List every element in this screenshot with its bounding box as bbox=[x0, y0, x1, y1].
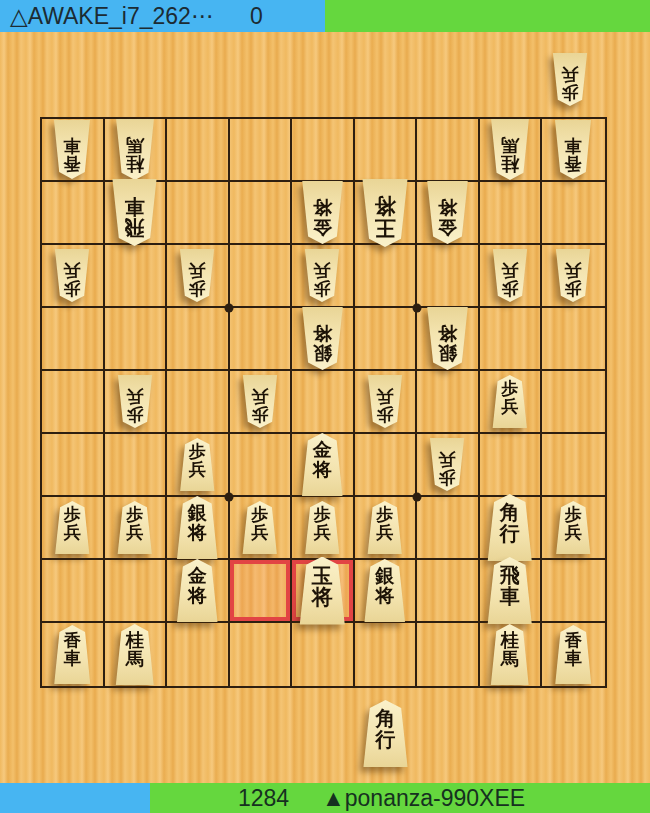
square-r6c4[interactable] bbox=[230, 434, 293, 497]
piece-kanji: 将 bbox=[188, 523, 207, 543]
square-r2c2[interactable]: 飛車 bbox=[105, 182, 168, 245]
gote-pawn-piece[interactable]: 歩兵 bbox=[551, 53, 589, 106]
piece-kanji: 車 bbox=[64, 137, 81, 155]
square-r6c1[interactable] bbox=[42, 434, 105, 497]
square-r7c2[interactable]: 歩兵 bbox=[105, 497, 168, 560]
piece-kanji: 歩 bbox=[314, 506, 331, 524]
piece-kanji: 角 bbox=[500, 502, 520, 523]
gote-gold-piece[interactable]: 金将 bbox=[425, 181, 470, 244]
square-r9c3[interactable] bbox=[167, 623, 230, 686]
sente-time-gauge bbox=[0, 783, 150, 813]
square-r4c2[interactable] bbox=[105, 308, 168, 371]
square-r3c6[interactable] bbox=[355, 245, 418, 308]
square-r6c8[interactable] bbox=[480, 434, 543, 497]
square-r4c7[interactable]: 銀将 bbox=[417, 308, 480, 371]
piece-kanji: 歩 bbox=[376, 506, 393, 524]
gote-pawn-piece[interactable]: 歩兵 bbox=[366, 375, 404, 428]
square-r3c7[interactable] bbox=[417, 245, 480, 308]
square-r3c9[interactable]: 歩兵 bbox=[542, 245, 605, 308]
piece-kanji: 将 bbox=[312, 586, 333, 608]
square-r8c7[interactable] bbox=[417, 560, 480, 623]
sente-knight-piece[interactable]: 桂馬 bbox=[489, 624, 531, 685]
piece-kanji: 金 bbox=[188, 566, 207, 586]
square-r8c2[interactable] bbox=[105, 560, 168, 623]
square-r1c6[interactable] bbox=[355, 119, 418, 182]
shogi-app: △AWAKE_i7_262⋯ 0 香車桂馬桂馬香車飛車金将王将金将歩兵歩兵歩兵歩… bbox=[0, 0, 650, 813]
sente-knight-piece[interactable]: 桂馬 bbox=[114, 624, 156, 685]
square-r6c5[interactable]: 金将 bbox=[292, 434, 355, 497]
piece-kanji: 将 bbox=[374, 195, 395, 217]
top-player-bar: △AWAKE_i7_262⋯ 0 bbox=[0, 0, 650, 32]
piece-kanji: 銀 bbox=[375, 566, 394, 586]
sente-king-piece[interactable]: 玉将 bbox=[297, 557, 347, 625]
piece-kanji: 将 bbox=[313, 460, 332, 480]
piece-kanji: 兵 bbox=[126, 524, 143, 542]
gote-knight-piece[interactable]: 桂馬 bbox=[489, 119, 531, 180]
piece-kanji: 金 bbox=[313, 440, 332, 460]
bottom-player-bar: 1284 ▲ponanza-990XEE bbox=[0, 783, 650, 813]
square-r4c3[interactable] bbox=[167, 308, 230, 371]
sente-rook-piece[interactable]: 飛車 bbox=[485, 557, 534, 624]
square-r4c4[interactable] bbox=[230, 308, 293, 371]
piece-kanji: 兵 bbox=[565, 262, 582, 280]
square-r4c9[interactable] bbox=[542, 308, 605, 371]
piece-kanji: 香 bbox=[565, 632, 582, 650]
square-r1c1[interactable]: 香車 bbox=[42, 119, 105, 182]
square-r7c8[interactable]: 角行 bbox=[480, 497, 543, 560]
gote-lance-piece[interactable]: 香車 bbox=[553, 120, 593, 179]
piece-kanji: 桂 bbox=[501, 631, 519, 650]
sente-pawn-piece[interactable]: 歩兵 bbox=[53, 501, 91, 554]
square-r7c9[interactable]: 歩兵 bbox=[542, 497, 605, 560]
piece-kanji: 将 bbox=[188, 586, 207, 606]
piece-kanji: 兵 bbox=[64, 262, 81, 280]
square-r3c5[interactable]: 歩兵 bbox=[292, 245, 355, 308]
piece-kanji: 桂 bbox=[501, 154, 519, 173]
piece-kanji: 歩 bbox=[126, 506, 143, 524]
gote-pawn-piece[interactable]: 歩兵 bbox=[178, 249, 216, 302]
piece-kanji: 将 bbox=[438, 324, 457, 344]
gote-silver-piece[interactable]: 銀将 bbox=[300, 307, 345, 370]
sente-pawn-piece[interactable]: 歩兵 bbox=[491, 375, 529, 428]
piece-kanji: 兵 bbox=[314, 524, 331, 542]
gote-pawn-piece[interactable]: 歩兵 bbox=[241, 375, 279, 428]
piece-kanji: 香 bbox=[64, 632, 81, 650]
piece-kanji: 歩 bbox=[251, 506, 268, 524]
square-r7c5[interactable]: 歩兵 bbox=[292, 497, 355, 560]
piece-kanji: 兵 bbox=[439, 451, 456, 469]
square-r2c4[interactable] bbox=[230, 182, 293, 245]
square-r2c5[interactable]: 金将 bbox=[292, 182, 355, 245]
sente-lance-piece[interactable]: 香車 bbox=[52, 625, 92, 684]
square-r9c9[interactable]: 香車 bbox=[542, 623, 605, 686]
square-r1c2[interactable]: 桂馬 bbox=[105, 119, 168, 182]
piece-kanji: 金 bbox=[438, 217, 457, 237]
board-area: 香車桂馬桂馬香車飛車金将王将金将歩兵歩兵歩兵歩兵歩兵銀将銀将歩兵歩兵歩兵歩兵歩兵… bbox=[0, 32, 650, 783]
piece-kanji: 飛 bbox=[500, 565, 520, 586]
square-r8c8[interactable]: 飛車 bbox=[480, 560, 543, 623]
square-r1c4[interactable] bbox=[230, 119, 293, 182]
gote-king-piece[interactable]: 王将 bbox=[360, 179, 410, 247]
piece-kanji: 兵 bbox=[126, 388, 143, 406]
piece-kanji: 歩 bbox=[189, 443, 206, 461]
piece-kanji: 将 bbox=[438, 198, 457, 218]
piece-kanji: 兵 bbox=[562, 66, 579, 84]
sente-pawn-piece[interactable]: 歩兵 bbox=[554, 501, 592, 554]
square-r7c6[interactable]: 歩兵 bbox=[355, 497, 418, 560]
piece-kanji: 将 bbox=[313, 198, 332, 218]
piece-kanji: 歩 bbox=[64, 279, 81, 297]
sente-pawn-piece[interactable]: 歩兵 bbox=[303, 501, 341, 554]
piece-kanji: 角 bbox=[376, 708, 396, 729]
piece-kanji: 歩 bbox=[565, 279, 582, 297]
piece-kanji: 金 bbox=[313, 217, 332, 237]
square-r4c6[interactable] bbox=[355, 308, 418, 371]
sente-player-name: ▲ponanza-990XEE bbox=[322, 783, 525, 813]
piece-kanji: 行 bbox=[376, 729, 396, 750]
piece-kanji: 兵 bbox=[376, 524, 393, 542]
sente-pawn-piece[interactable]: 歩兵 bbox=[366, 501, 404, 554]
square-r2c7[interactable]: 金将 bbox=[417, 182, 480, 245]
square-r7c7[interactable] bbox=[417, 497, 480, 560]
piece-kanji: 兵 bbox=[251, 524, 268, 542]
piece-kanji: 歩 bbox=[562, 83, 579, 101]
piece-kanji: 歩 bbox=[501, 279, 518, 297]
square-r5c7[interactable] bbox=[417, 371, 480, 434]
gote-value: 0 bbox=[250, 0, 263, 32]
square-r6c2[interactable] bbox=[105, 434, 168, 497]
piece-kanji: 兵 bbox=[189, 461, 206, 479]
square-r8c1[interactable] bbox=[42, 560, 105, 623]
square-r5c8[interactable]: 歩兵 bbox=[480, 371, 543, 434]
piece-kanji: 銀 bbox=[313, 343, 332, 363]
square-r8c5[interactable]: 玉将 bbox=[292, 560, 355, 623]
gote-pawn-piece[interactable]: 歩兵 bbox=[303, 249, 341, 302]
piece-kanji: 歩 bbox=[251, 405, 268, 423]
piece-kanji: 香 bbox=[64, 154, 81, 172]
piece-kanji: 車 bbox=[64, 650, 81, 668]
piece-kanji: 将 bbox=[375, 586, 394, 606]
piece-kanji: 兵 bbox=[501, 398, 518, 416]
square-r1c9[interactable]: 香車 bbox=[542, 119, 605, 182]
square-r5c5[interactable] bbox=[292, 371, 355, 434]
piece-kanji: 兵 bbox=[251, 388, 268, 406]
gote-rook-piece[interactable]: 飛車 bbox=[110, 179, 159, 246]
gote-hand-tray: 歩兵 bbox=[551, 53, 589, 106]
gote-pawn-piece[interactable]: 歩兵 bbox=[554, 249, 592, 302]
square-r5c2[interactable]: 歩兵 bbox=[105, 371, 168, 434]
piece-kanji: 馬 bbox=[501, 650, 519, 669]
sente-pawn-piece[interactable]: 歩兵 bbox=[178, 438, 216, 491]
piece-kanji: 香 bbox=[565, 154, 582, 172]
piece-kanji: 車 bbox=[500, 586, 520, 607]
square-r2c8[interactable] bbox=[480, 182, 543, 245]
sente-gold-piece[interactable]: 金将 bbox=[300, 433, 345, 496]
square-r7c1[interactable]: 歩兵 bbox=[42, 497, 105, 560]
piece-kanji: 歩 bbox=[501, 380, 518, 398]
piece-kanji: 玉 bbox=[312, 565, 333, 587]
square-r3c2[interactable] bbox=[105, 245, 168, 308]
piece-kanji: 飛 bbox=[125, 217, 145, 238]
square-r3c8[interactable]: 歩兵 bbox=[480, 245, 543, 308]
sente-gold-piece[interactable]: 金将 bbox=[175, 559, 220, 622]
square-r1c8[interactable]: 桂馬 bbox=[480, 119, 543, 182]
piece-kanji: 馬 bbox=[501, 136, 519, 155]
gote-pawn-piece[interactable]: 歩兵 bbox=[428, 438, 466, 491]
piece-kanji: 兵 bbox=[64, 524, 81, 542]
gote-pawn-piece[interactable]: 歩兵 bbox=[116, 375, 154, 428]
gote-lance-piece[interactable]: 香車 bbox=[52, 120, 92, 179]
piece-kanji: 馬 bbox=[126, 650, 144, 669]
square-r8c6[interactable]: 銀将 bbox=[355, 560, 418, 623]
sente-hand-tray: 角行 bbox=[361, 700, 410, 767]
piece-kanji: 兵 bbox=[189, 262, 206, 280]
square-r1c3[interactable] bbox=[167, 119, 230, 182]
gote-pawn-piece[interactable]: 歩兵 bbox=[491, 249, 529, 302]
piece-kanji: 銀 bbox=[188, 503, 207, 523]
gote-gold-piece[interactable]: 金将 bbox=[300, 181, 345, 244]
gote-knight-piece[interactable]: 桂馬 bbox=[114, 119, 156, 180]
square-r6c6[interactable] bbox=[355, 434, 418, 497]
piece-kanji: 兵 bbox=[565, 524, 582, 542]
piece-kanji: 歩 bbox=[64, 506, 81, 524]
square-r6c3[interactable]: 歩兵 bbox=[167, 434, 230, 497]
square-r2c9[interactable] bbox=[542, 182, 605, 245]
square-r9c7[interactable] bbox=[417, 623, 480, 686]
sente-silver-piece[interactable]: 銀将 bbox=[362, 559, 407, 622]
square-r2c3[interactable] bbox=[167, 182, 230, 245]
square-r9c6[interactable] bbox=[355, 623, 418, 686]
piece-kanji: 歩 bbox=[189, 279, 206, 297]
piece-kanji: 桂 bbox=[126, 154, 144, 173]
piece-kanji: 歩 bbox=[376, 405, 393, 423]
square-r4c8[interactable] bbox=[480, 308, 543, 371]
square-r8c3[interactable]: 金将 bbox=[167, 560, 230, 623]
square-r2c6[interactable]: 王将 bbox=[355, 182, 418, 245]
piece-kanji: 兵 bbox=[314, 262, 331, 280]
gote-player-name: △AWAKE_i7_262⋯ bbox=[10, 0, 214, 32]
square-r3c3[interactable]: 歩兵 bbox=[167, 245, 230, 308]
sente-pawn-piece[interactable]: 歩兵 bbox=[241, 501, 279, 554]
square-r7c4[interactable]: 歩兵 bbox=[230, 497, 293, 560]
square-r9c4[interactable] bbox=[230, 623, 293, 686]
piece-kanji: 兵 bbox=[376, 388, 393, 406]
square-r5c3[interactable] bbox=[167, 371, 230, 434]
sente-bishop-piece[interactable]: 角行 bbox=[361, 700, 410, 767]
piece-kanji: 兵 bbox=[501, 262, 518, 280]
square-r4c1[interactable] bbox=[42, 308, 105, 371]
sente-bishop-piece[interactable]: 角行 bbox=[485, 494, 534, 561]
square-r3c1[interactable]: 歩兵 bbox=[42, 245, 105, 308]
piece-kanji: 歩 bbox=[126, 405, 143, 423]
sente-pawn-piece[interactable]: 歩兵 bbox=[116, 501, 154, 554]
piece-kanji: 王 bbox=[374, 217, 395, 239]
square-r3c4[interactable] bbox=[230, 245, 293, 308]
piece-kanji: 行 bbox=[500, 523, 520, 544]
square-r5c9[interactable] bbox=[542, 371, 605, 434]
square-r2c1[interactable] bbox=[42, 182, 105, 245]
square-r6c7[interactable]: 歩兵 bbox=[417, 434, 480, 497]
gote-pawn-piece[interactable]: 歩兵 bbox=[53, 249, 91, 302]
piece-kanji: 将 bbox=[313, 324, 332, 344]
square-r1c5[interactable] bbox=[292, 119, 355, 182]
gote-silver-piece[interactable]: 銀将 bbox=[425, 307, 470, 370]
square-r5c4[interactable]: 歩兵 bbox=[230, 371, 293, 434]
square-r5c6[interactable]: 歩兵 bbox=[355, 371, 418, 434]
square-r9c5[interactable] bbox=[292, 623, 355, 686]
square-r9c2[interactable]: 桂馬 bbox=[105, 623, 168, 686]
piece-kanji: 馬 bbox=[126, 136, 144, 155]
sente-lance-piece[interactable]: 香車 bbox=[553, 625, 593, 684]
piece-kanji: 車 bbox=[565, 137, 582, 155]
piece-kanji: 歩 bbox=[314, 279, 331, 297]
square-r8c9[interactable] bbox=[542, 560, 605, 623]
piece-kanji: 桂 bbox=[126, 631, 144, 650]
square-r9c8[interactable]: 桂馬 bbox=[480, 623, 543, 686]
square-r9c1[interactable]: 香車 bbox=[42, 623, 105, 686]
shogi-board: 香車桂馬桂馬香車飛車金将王将金将歩兵歩兵歩兵歩兵歩兵銀将銀将歩兵歩兵歩兵歩兵歩兵… bbox=[40, 117, 607, 688]
piece-kanji: 歩 bbox=[565, 506, 582, 524]
square-r8c4[interactable] bbox=[230, 560, 293, 623]
square-r6c9[interactable] bbox=[542, 434, 605, 497]
piece-kanji: 車 bbox=[125, 196, 145, 217]
square-r7c3[interactable]: 銀将 bbox=[167, 497, 230, 560]
sente-silver-piece[interactable]: 銀将 bbox=[175, 496, 220, 559]
square-r4c5[interactable]: 銀将 bbox=[292, 308, 355, 371]
square-r5c1[interactable] bbox=[42, 371, 105, 434]
square-r1c7[interactable] bbox=[417, 119, 480, 182]
piece-kanji: 歩 bbox=[439, 468, 456, 486]
piece-kanji: 銀 bbox=[438, 343, 457, 363]
piece-kanji: 車 bbox=[565, 650, 582, 668]
sente-value: 1284 bbox=[238, 783, 289, 813]
